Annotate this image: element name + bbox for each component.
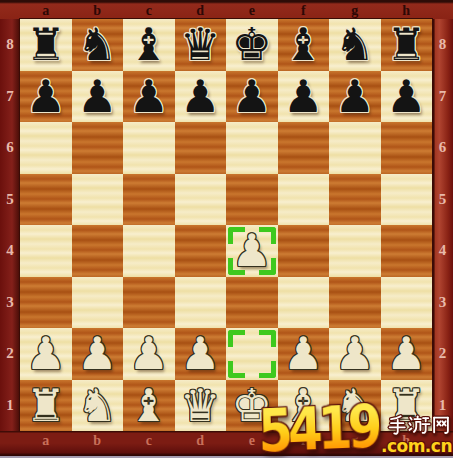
square-f8[interactable]: ♝ [278, 19, 330, 71]
square-c5[interactable] [123, 174, 175, 226]
square-a4[interactable] [20, 225, 72, 277]
file-bottom-label-b: b [72, 432, 124, 449]
rank-labels-right: 87654321 [432, 19, 453, 431]
piece-black-queen-d8[interactable]: ♛ [180, 22, 220, 67]
piece-black-knight-b8[interactable]: ♞ [77, 22, 117, 67]
square-b8[interactable]: ♞ [72, 19, 124, 71]
square-c8[interactable]: ♝ [123, 19, 175, 71]
rank-right-label-5: 5 [432, 174, 453, 226]
file-top-label-h: h [381, 0, 433, 19]
square-f5[interactable] [278, 174, 330, 226]
piece-black-pawn-f7[interactable]: ♟ [283, 74, 323, 119]
rank-right-label-2: 2 [432, 328, 453, 380]
highlight-corner-tr [259, 227, 276, 244]
square-b2[interactable]: ♟ [72, 328, 124, 380]
piece-black-rook-h8[interactable]: ♜ [386, 22, 426, 67]
square-e6[interactable] [226, 122, 278, 174]
file-bottom-label-a: a [20, 432, 72, 449]
square-h3[interactable] [381, 277, 433, 329]
square-e3[interactable] [226, 277, 278, 329]
square-a1[interactable]: ♜ [20, 380, 72, 432]
file-top-label-d: d [175, 0, 227, 19]
square-e2[interactable] [226, 328, 278, 380]
square-h2[interactable]: ♟ [381, 328, 433, 380]
rank-labels-left: 87654321 [0, 19, 20, 431]
square-g2[interactable]: ♟ [329, 328, 381, 380]
rank-left-label-4: 4 [0, 225, 20, 277]
square-b7[interactable]: ♟ [72, 71, 124, 123]
board: ♜♞♝♛♚♝♞♜♟♟♟♟♟♟♟♟♟♟♟♟♟♟♟♟♜♞♝♛♚♝♞♜ [20, 19, 432, 431]
highlight-corner-br [259, 258, 276, 275]
square-h5[interactable] [381, 174, 433, 226]
square-f6[interactable] [278, 122, 330, 174]
highlight-corner-br [259, 361, 276, 378]
square-e4[interactable]: ♟ [226, 225, 278, 277]
square-d2[interactable]: ♟ [175, 328, 227, 380]
square-b1[interactable]: ♞ [72, 380, 124, 432]
piece-white-pawn-h2[interactable]: ♟ [386, 331, 426, 376]
piece-black-bishop-c8[interactable]: ♝ [129, 22, 169, 67]
piece-black-knight-g8[interactable]: ♞ [335, 22, 375, 67]
file-top-label-c: c [123, 0, 175, 19]
square-a8[interactable]: ♜ [20, 19, 72, 71]
square-g3[interactable] [329, 277, 381, 329]
square-c4[interactable] [123, 225, 175, 277]
piece-white-pawn-b2[interactable]: ♟ [77, 331, 117, 376]
piece-white-pawn-f2[interactable]: ♟ [283, 331, 323, 376]
piece-black-pawn-e7[interactable]: ♟ [232, 74, 272, 119]
square-h6[interactable] [381, 122, 433, 174]
watermark-brand: 5419 [257, 401, 380, 456]
square-g5[interactable] [329, 174, 381, 226]
piece-white-pawn-c2[interactable]: ♟ [129, 331, 169, 376]
square-d6[interactable] [175, 122, 227, 174]
square-c7[interactable]: ♟ [123, 71, 175, 123]
file-top-label-a: a [20, 0, 72, 19]
file-bottom-label-d: d [175, 432, 227, 449]
piece-black-pawn-d7[interactable]: ♟ [180, 74, 220, 119]
watermark-domain: .com.cn [381, 436, 452, 456]
square-d4[interactable] [175, 225, 227, 277]
file-top-label-e: e [226, 0, 278, 19]
square-c6[interactable] [123, 122, 175, 174]
chess-app-window: abcdefgh abcdefgh 87654321 87654321 ♜♞♝♛… [0, 0, 453, 458]
square-g7[interactable]: ♟ [329, 71, 381, 123]
rank-left-label-7: 7 [0, 71, 20, 123]
piece-white-queen-d1[interactable]: ♛ [180, 383, 220, 428]
piece-black-pawn-a7[interactable]: ♟ [26, 74, 66, 119]
rank-left-label-6: 6 [0, 122, 20, 174]
square-a2[interactable]: ♟ [20, 328, 72, 380]
rank-right-label-8: 8 [432, 19, 453, 71]
highlight-corner-tr [259, 330, 276, 347]
square-g6[interactable] [329, 122, 381, 174]
rank-left-label-2: 2 [0, 328, 20, 380]
square-g4[interactable] [329, 225, 381, 277]
file-top-label-b: b [72, 0, 124, 19]
rank-right-label-4: 4 [432, 225, 453, 277]
square-h8[interactable]: ♜ [381, 19, 433, 71]
square-a3[interactable] [20, 277, 72, 329]
piece-white-pawn-d2[interactable]: ♟ [180, 331, 220, 376]
square-a5[interactable] [20, 174, 72, 226]
piece-black-rook-a8[interactable]: ♜ [26, 22, 66, 67]
piece-black-pawn-g7[interactable]: ♟ [335, 74, 375, 119]
square-f4[interactable] [278, 225, 330, 277]
square-a6[interactable] [20, 122, 72, 174]
square-f7[interactable]: ♟ [278, 71, 330, 123]
piece-white-pawn-g2[interactable]: ♟ [335, 331, 375, 376]
square-b3[interactable] [72, 277, 124, 329]
watermark-chinese-characters-icon [386, 413, 452, 437]
piece-black-pawn-h7[interactable]: ♟ [386, 74, 426, 119]
piece-white-rook-a1[interactable]: ♜ [26, 383, 66, 428]
rank-left-label-5: 5 [0, 174, 20, 226]
rank-right-label-6: 6 [432, 122, 453, 174]
highlight-corner-bl [228, 361, 245, 378]
square-f3[interactable] [278, 277, 330, 329]
piece-black-pawn-c7[interactable]: ♟ [129, 74, 169, 119]
square-f2[interactable]: ♟ [278, 328, 330, 380]
file-bottom-label-c: c [123, 432, 175, 449]
square-d5[interactable] [175, 174, 227, 226]
highlight-corner-bl [228, 258, 245, 275]
square-b4[interactable] [72, 225, 124, 277]
piece-white-knight-b1[interactable]: ♞ [77, 383, 117, 428]
piece-black-king-e8[interactable]: ♚ [232, 22, 272, 67]
square-d8[interactable]: ♛ [175, 19, 227, 71]
square-b6[interactable] [72, 122, 124, 174]
file-labels-top: abcdefgh [20, 0, 432, 19]
piece-black-pawn-b7[interactable]: ♟ [77, 74, 117, 119]
file-top-label-f: f [278, 0, 330, 19]
square-e8[interactable]: ♚ [226, 19, 278, 71]
square-c1[interactable]: ♝ [123, 380, 175, 432]
square-d1[interactable]: ♛ [175, 380, 227, 432]
square-d3[interactable] [175, 277, 227, 329]
square-c3[interactable] [123, 277, 175, 329]
square-c2[interactable]: ♟ [123, 328, 175, 380]
square-g8[interactable]: ♞ [329, 19, 381, 71]
rank-left-label-3: 3 [0, 277, 20, 329]
square-b5[interactable] [72, 174, 124, 226]
square-e5[interactable] [226, 174, 278, 226]
rank-right-label-3: 3 [432, 277, 453, 329]
watermark: 5419 手游网 [259, 413, 452, 456]
square-e7[interactable]: ♟ [226, 71, 278, 123]
highlight-corner-tl [228, 227, 245, 244]
rank-right-label-7: 7 [432, 71, 453, 123]
square-a7[interactable]: ♟ [20, 71, 72, 123]
piece-black-bishop-f8[interactable]: ♝ [283, 22, 323, 67]
rank-left-label-8: 8 [0, 19, 20, 71]
square-d7[interactable]: ♟ [175, 71, 227, 123]
file-top-label-g: g [329, 0, 381, 19]
square-h7[interactable]: ♟ [381, 71, 433, 123]
piece-white-bishop-c1[interactable]: ♝ [129, 383, 169, 428]
rank-left-label-1: 1 [0, 380, 20, 432]
highlight-corner-tl [228, 330, 245, 347]
square-h4[interactable] [381, 225, 433, 277]
piece-white-pawn-a2[interactable]: ♟ [26, 331, 66, 376]
